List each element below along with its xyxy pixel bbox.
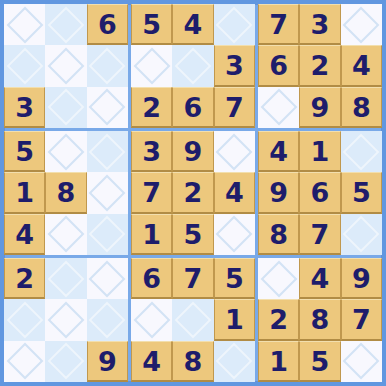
- given-digit: 5: [311, 347, 330, 375]
- given-digit: 2: [15, 264, 34, 292]
- sudoku-board: 6354326773624985184397241541965872967514…: [4, 4, 382, 382]
- cell-r4c9[interactable]: [341, 131, 382, 172]
- cell-r3c6[interactable]: 7: [214, 87, 255, 128]
- diamond-decoration: [89, 175, 126, 212]
- cell-r6c1[interactable]: 4: [4, 214, 45, 255]
- given-digit: 8: [57, 178, 76, 206]
- cell-r4c5[interactable]: 9: [172, 131, 213, 172]
- cell-r1c3[interactable]: 6: [87, 4, 128, 45]
- given-digit: 6: [98, 10, 117, 38]
- cell-r2c2[interactable]: [45, 45, 86, 86]
- given-digit: 3: [225, 51, 244, 79]
- given-digit: 4: [225, 178, 244, 206]
- diamond-decoration: [48, 133, 85, 170]
- given-digit: 8: [352, 93, 371, 121]
- cell-r8c6[interactable]: 1: [214, 299, 255, 340]
- diamond-decoration: [343, 133, 380, 170]
- cell-r9c2[interactable]: [45, 341, 86, 382]
- cell-r1c6[interactable]: [214, 4, 255, 45]
- cell-r5c6[interactable]: 4: [214, 172, 255, 213]
- cell-r3c8[interactable]: 9: [299, 87, 340, 128]
- cell-r7c8[interactable]: 4: [299, 258, 340, 299]
- cell-r7c1[interactable]: 2: [4, 258, 45, 299]
- given-digit: 4: [142, 347, 161, 375]
- given-digit: 1: [142, 220, 161, 248]
- cell-r6c5[interactable]: 5: [172, 214, 213, 255]
- cell-r4c3[interactable]: [87, 131, 128, 172]
- cell-r8c1[interactable]: [4, 299, 45, 340]
- box-8: 675148: [131, 258, 255, 382]
- box-9: 4928715: [258, 258, 382, 382]
- cell-r3c9[interactable]: 8: [341, 87, 382, 128]
- diamond-decoration: [89, 133, 126, 170]
- box-5: 3972415: [131, 131, 255, 255]
- cell-r1c4[interactable]: 5: [131, 4, 172, 45]
- given-digit: 6: [184, 93, 203, 121]
- given-digit: 2: [142, 93, 161, 121]
- given-digit: 2: [269, 305, 288, 333]
- given-digit: 9: [98, 347, 117, 375]
- cell-r2c8[interactable]: 2: [299, 45, 340, 86]
- cell-r4c6[interactable]: [214, 131, 255, 172]
- given-digit: 4: [15, 220, 34, 248]
- cell-r2c3[interactable]: [87, 45, 128, 86]
- given-digit: 6: [142, 264, 161, 292]
- cell-r4c7[interactable]: 4: [258, 131, 299, 172]
- given-digit: 5: [225, 264, 244, 292]
- cell-r4c8[interactable]: 1: [299, 131, 340, 172]
- sudoku-board-frame: 6354326773624985184397241541965872967514…: [0, 0, 386, 386]
- cell-r3c7[interactable]: [258, 87, 299, 128]
- diamond-decoration: [6, 48, 43, 85]
- given-digit: 1: [311, 137, 330, 165]
- cell-r4c1[interactable]: 5: [4, 131, 45, 172]
- cell-r8c3[interactable]: [87, 299, 128, 340]
- given-digit: 7: [184, 264, 203, 292]
- cell-r8c4[interactable]: [131, 299, 172, 340]
- given-digit: 2: [311, 51, 330, 79]
- cell-r7c3[interactable]: [87, 258, 128, 299]
- box-7: 29: [4, 258, 128, 382]
- diamond-decoration: [260, 260, 297, 297]
- given-digit: 2: [184, 178, 203, 206]
- given-digit: 4: [184, 10, 203, 38]
- given-digit: 3: [142, 137, 161, 165]
- diamond-decoration: [48, 260, 85, 297]
- cell-r2c4[interactable]: [131, 45, 172, 86]
- given-digit: 5: [184, 220, 203, 248]
- cell-r6c8[interactable]: 7: [299, 214, 340, 255]
- cell-r9c4[interactable]: 4: [131, 341, 172, 382]
- cell-r3c1[interactable]: 3: [4, 87, 45, 128]
- cell-r5c3[interactable]: [87, 172, 128, 213]
- given-digit: 5: [352, 178, 371, 206]
- given-digit: 4: [269, 137, 288, 165]
- given-digit: 7: [225, 93, 244, 121]
- box-2: 543267: [131, 4, 255, 128]
- given-digit: 4: [352, 51, 371, 79]
- given-digit: 9: [311, 93, 330, 121]
- given-digit: 6: [311, 178, 330, 206]
- cell-r6c9[interactable]: [341, 214, 382, 255]
- cell-r2c1[interactable]: [4, 45, 45, 86]
- diamond-decoration: [175, 302, 212, 339]
- cell-r9c7[interactable]: 1: [258, 341, 299, 382]
- cell-r9c8[interactable]: 5: [299, 341, 340, 382]
- cell-r9c9[interactable]: [341, 341, 382, 382]
- cell-r1c9[interactable]: [341, 4, 382, 45]
- cell-r7c2[interactable]: [45, 258, 86, 299]
- diamond-decoration: [6, 6, 43, 43]
- given-digit: 3: [15, 93, 34, 121]
- diamond-decoration: [343, 343, 380, 380]
- cell-r6c4[interactable]: 1: [131, 214, 172, 255]
- diamond-decoration: [89, 302, 126, 339]
- diamond-decoration: [216, 133, 253, 170]
- box-6: 4196587: [258, 131, 382, 255]
- diamond-decoration: [48, 216, 85, 253]
- given-digit: 8: [184, 347, 203, 375]
- given-digit: 8: [269, 220, 288, 248]
- cell-r3c2[interactable]: [45, 87, 86, 128]
- cell-r9c3[interactable]: 9: [87, 341, 128, 382]
- box-4: 5184: [4, 131, 128, 255]
- diamond-decoration: [89, 89, 126, 126]
- cell-r1c8[interactable]: 3: [299, 4, 340, 45]
- given-digit: 7: [352, 305, 371, 333]
- cell-r3c3[interactable]: [87, 87, 128, 128]
- cell-r6c3[interactable]: [87, 214, 128, 255]
- cell-r7c6[interactable]: 5: [214, 258, 255, 299]
- given-digit: 3: [311, 10, 330, 38]
- diamond-decoration: [6, 302, 43, 339]
- cell-r2c6[interactable]: 3: [214, 45, 255, 86]
- cell-r8c7[interactable]: 2: [258, 299, 299, 340]
- diamond-decoration: [89, 216, 126, 253]
- cell-r1c2[interactable]: [45, 4, 86, 45]
- cell-r5c9[interactable]: 5: [341, 172, 382, 213]
- cell-r8c8[interactable]: 8: [299, 299, 340, 340]
- given-digit: 9: [184, 137, 203, 165]
- cell-r5c4[interactable]: 7: [131, 172, 172, 213]
- cell-r8c9[interactable]: 7: [341, 299, 382, 340]
- cell-r7c4[interactable]: 6: [131, 258, 172, 299]
- given-digit: 6: [269, 51, 288, 79]
- cell-r6c6[interactable]: [214, 214, 255, 255]
- given-digit: 5: [142, 10, 161, 38]
- diamond-decoration: [89, 260, 126, 297]
- cell-r1c5[interactable]: 4: [172, 4, 213, 45]
- given-digit: 4: [311, 264, 330, 292]
- cell-r9c6[interactable]: [214, 341, 255, 382]
- cell-r7c9[interactable]: 9: [341, 258, 382, 299]
- cell-r1c7[interactable]: 7: [258, 4, 299, 45]
- given-digit: 1: [269, 347, 288, 375]
- given-digit: 5: [15, 137, 34, 165]
- box-1: 63: [4, 4, 128, 128]
- cell-r5c1[interactable]: 1: [4, 172, 45, 213]
- cell-r5c7[interactable]: 9: [258, 172, 299, 213]
- diamond-decoration: [343, 216, 380, 253]
- cell-r5c2[interactable]: 8: [45, 172, 86, 213]
- diamond-decoration: [216, 6, 253, 43]
- cell-r6c7[interactable]: 8: [258, 214, 299, 255]
- diamond-decoration: [133, 302, 170, 339]
- cell-r8c2[interactable]: [45, 299, 86, 340]
- diamond-decoration: [48, 48, 85, 85]
- given-digit: 1: [225, 305, 244, 333]
- diamond-decoration: [216, 343, 253, 380]
- cell-r5c5[interactable]: 2: [172, 172, 213, 213]
- cell-r8c5[interactable]: [172, 299, 213, 340]
- diamond-decoration: [89, 48, 126, 85]
- cell-r2c9[interactable]: 4: [341, 45, 382, 86]
- given-digit: 7: [142, 178, 161, 206]
- box-3: 7362498: [258, 4, 382, 128]
- cell-r7c5[interactable]: 7: [172, 258, 213, 299]
- cell-r9c1[interactable]: [4, 341, 45, 382]
- given-digit: 7: [269, 10, 288, 38]
- diamond-decoration: [48, 6, 85, 43]
- diamond-decoration: [175, 48, 212, 85]
- cell-r3c4[interactable]: 2: [131, 87, 172, 128]
- diamond-decoration: [48, 302, 85, 339]
- diamond-decoration: [260, 89, 297, 126]
- cell-r2c7[interactable]: 6: [258, 45, 299, 86]
- cell-r2c5[interactable]: [172, 45, 213, 86]
- given-digit: 7: [311, 220, 330, 248]
- diamond-decoration: [48, 343, 85, 380]
- cell-r6c2[interactable]: [45, 214, 86, 255]
- diamond-decoration: [6, 343, 43, 380]
- cell-r5c8[interactable]: 6: [299, 172, 340, 213]
- diamond-decoration: [48, 89, 85, 126]
- cell-r7c7[interactable]: [258, 258, 299, 299]
- given-digit: 9: [352, 264, 371, 292]
- diamond-decoration: [133, 48, 170, 85]
- cell-r3c5[interactable]: 6: [172, 87, 213, 128]
- given-digit: 8: [311, 305, 330, 333]
- diamond-decoration: [216, 216, 253, 253]
- given-digit: 1: [15, 178, 34, 206]
- cell-r4c4[interactable]: 3: [131, 131, 172, 172]
- cell-r4c2[interactable]: [45, 131, 86, 172]
- cell-r9c5[interactable]: 8: [172, 341, 213, 382]
- given-digit: 9: [269, 178, 288, 206]
- cell-r1c1[interactable]: [4, 4, 45, 45]
- diamond-decoration: [343, 6, 380, 43]
